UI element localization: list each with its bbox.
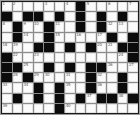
white-cell-r7c8[interactable] — [76, 63, 86, 72]
black-cell-r4c13 — [128, 33, 138, 42]
white-cell-r9c11[interactable] — [107, 83, 117, 92]
white-cell-r2c11[interactable] — [107, 12, 117, 21]
white-cell-r11c1[interactable]: 39 — [2, 104, 12, 113]
white-cell-r6c8[interactable] — [76, 53, 86, 62]
white-cell-r5c11[interactable]: 21 — [107, 43, 117, 52]
clue-number-12: 12 — [108, 22, 113, 26]
white-cell-r3c9[interactable] — [86, 22, 96, 31]
white-cell-r1c7[interactable]: 4 — [65, 2, 75, 11]
clue-number-16: 16 — [76, 33, 81, 37]
clue-number-34: 34 — [24, 83, 29, 87]
black-cell-r9c6 — [55, 83, 65, 92]
black-cell-r10c11 — [107, 94, 117, 103]
white-cell-r1c11[interactable]: 6 — [107, 2, 117, 11]
black-cell-r9c4 — [34, 83, 44, 92]
clue-number-20: 20 — [97, 43, 102, 47]
black-cell-r2c3 — [23, 12, 33, 21]
white-cell-r4c10[interactable]: 17 — [97, 33, 107, 42]
black-cell-r10c6 — [55, 94, 65, 103]
black-cell-r5c5 — [44, 43, 54, 52]
clue-number-18: 18 — [3, 43, 8, 47]
clue-number-2: 2 — [13, 2, 15, 6]
black-cell-r8c9 — [86, 73, 96, 82]
black-cell-r6c13 — [128, 53, 138, 62]
crossword-puzzle: 1234567891011121314151617181920212223242… — [0, 0, 140, 115]
white-cell-r10c3[interactable] — [23, 94, 33, 103]
clue-number-40: 40 — [66, 104, 71, 108]
black-cell-r2c1 — [2, 12, 12, 21]
white-cell-r5c6[interactable] — [55, 43, 65, 52]
white-cell-r4c7[interactable] — [65, 33, 75, 42]
white-cell-r9c13[interactable] — [128, 83, 138, 92]
black-cell-r10c8 — [76, 94, 86, 103]
white-cell-r3c13[interactable] — [128, 22, 138, 31]
white-cell-r11c5[interactable] — [44, 104, 54, 113]
white-cell-r1c5[interactable]: 3 — [44, 2, 54, 11]
clue-number-4: 4 — [66, 2, 68, 6]
white-cell-r6c10[interactable] — [97, 53, 107, 62]
clue-number-25: 25 — [24, 63, 29, 67]
clue-number-8: 8 — [3, 22, 5, 26]
clue-number-23: 23 — [34, 53, 39, 57]
clue-number-6: 6 — [108, 2, 110, 6]
white-cell-r8c8[interactable] — [76, 73, 86, 82]
white-cell-r7c11[interactable]: 26 — [107, 63, 117, 72]
clue-number-29: 29 — [34, 73, 39, 77]
white-cell-r4c9[interactable] — [86, 33, 96, 42]
white-cell-r2c2[interactable] — [13, 12, 23, 21]
black-cell-r2c10 — [97, 12, 107, 21]
white-cell-r3c6[interactable]: 11 — [55, 22, 65, 31]
clue-number-1: 1 — [3, 2, 5, 6]
white-cell-r11c4[interactable] — [34, 104, 44, 113]
clue-number-36: 36 — [97, 83, 102, 87]
white-cell-r8c11[interactable] — [107, 73, 117, 82]
white-cell-r10c9[interactable]: 37 — [86, 94, 96, 103]
clue-number-26: 26 — [108, 63, 113, 67]
black-cell-r7c9 — [86, 63, 96, 72]
black-cell-r5c12 — [118, 43, 128, 52]
black-cell-r4c5 — [44, 33, 54, 42]
black-cell-r3c2 — [13, 22, 23, 31]
white-cell-r1c10[interactable] — [97, 2, 107, 11]
white-cell-r10c12[interactable]: 38 — [118, 94, 128, 103]
white-cell-r1c12[interactable] — [118, 2, 128, 11]
black-cell-r8c12 — [118, 73, 128, 82]
white-cell-r5c3[interactable] — [23, 43, 33, 52]
white-cell-r9c7[interactable]: 35 — [65, 83, 75, 92]
clue-number-15: 15 — [55, 33, 60, 37]
clue-number-19: 19 — [13, 43, 18, 47]
white-cell-r11c12[interactable] — [118, 104, 128, 113]
clue-number-11: 11 — [55, 22, 60, 26]
white-cell-r2c13[interactable] — [128, 12, 138, 21]
white-cell-r11c7[interactable]: 40 — [65, 104, 75, 113]
clue-number-13: 13 — [118, 22, 123, 26]
black-cell-r10c4 — [34, 94, 44, 103]
white-cell-r8c6[interactable] — [55, 73, 65, 82]
white-cell-r3c7[interactable] — [65, 22, 75, 31]
white-cell-r3c4[interactable]: 10 — [34, 22, 44, 31]
white-cell-r3c11[interactable]: 12 — [107, 22, 117, 31]
black-cell-r10c13 — [128, 94, 138, 103]
white-cell-r5c8[interactable] — [76, 43, 86, 52]
crossword-grid: 1234567891011121314151617181920212223242… — [1, 1, 139, 114]
clue-number-3: 3 — [45, 2, 47, 6]
white-cell-r7c4[interactable] — [34, 63, 44, 72]
clue-number-17: 17 — [97, 33, 102, 37]
black-cell-r5c13 — [128, 43, 138, 52]
black-cell-r9c12 — [118, 83, 128, 92]
white-cell-r6c2[interactable]: 22 — [13, 53, 23, 62]
black-cell-r7c7 — [65, 63, 75, 72]
white-cell-r6c6[interactable] — [55, 53, 65, 62]
white-cell-r9c5[interactable] — [44, 83, 54, 92]
white-cell-r7c12[interactable] — [118, 63, 128, 72]
white-cell-r1c4[interactable] — [34, 2, 44, 11]
white-cell-r2c5[interactable] — [44, 12, 54, 21]
white-cell-r10c5[interactable] — [44, 94, 54, 103]
clue-number-31: 31 — [66, 73, 71, 77]
white-cell-r1c6[interactable] — [55, 2, 65, 11]
black-cell-r6c1 — [2, 53, 12, 62]
black-cell-r4c2 — [13, 33, 23, 42]
white-cell-r6c7[interactable] — [65, 53, 75, 62]
white-cell-r10c1[interactable] — [2, 94, 12, 103]
white-cell-r8c2[interactable]: 28 — [13, 73, 23, 82]
black-cell-r2c8 — [76, 12, 86, 21]
clue-number-22: 22 — [13, 53, 18, 57]
clue-number-32: 32 — [97, 73, 102, 77]
white-cell-r1c13[interactable]: 7 — [128, 2, 138, 11]
clue-number-39: 39 — [3, 104, 8, 108]
white-cell-r6c12[interactable]: 24 — [118, 53, 128, 62]
white-cell-r11c13[interactable] — [128, 104, 138, 113]
white-cell-r1c2[interactable]: 2 — [13, 2, 23, 11]
white-cell-r7c13[interactable]: 27 — [128, 63, 138, 72]
white-cell-r11c9[interactable] — [86, 104, 96, 113]
white-cell-r1c3[interactable] — [23, 2, 33, 11]
clue-number-9: 9 — [24, 22, 26, 26]
white-cell-r4c4[interactable] — [34, 33, 44, 42]
black-cell-r2c4 — [34, 12, 44, 21]
clue-number-7: 7 — [129, 2, 131, 6]
white-cell-r11c8[interactable] — [76, 104, 86, 113]
white-cell-r6c4[interactable]: 23 — [34, 53, 44, 62]
white-cell-r9c10[interactable]: 36 — [97, 83, 107, 92]
black-cell-r3c8 — [76, 22, 86, 31]
black-cell-r10c2 — [13, 94, 23, 103]
white-cell-r6c11[interactable] — [107, 53, 117, 62]
black-cell-r11c6 — [55, 104, 65, 113]
white-cell-r2c7[interactable] — [65, 12, 75, 21]
white-cell-r1c1[interactable]: 1 — [2, 2, 12, 11]
clue-number-33: 33 — [3, 83, 8, 87]
white-cell-r8c5[interactable]: 30 — [44, 73, 54, 82]
white-cell-r2c9[interactable] — [86, 12, 96, 21]
white-cell-r5c10[interactable]: 20 — [97, 43, 107, 52]
white-cell-r3c1[interactable]: 8 — [2, 22, 12, 31]
black-cell-r7c1 — [2, 63, 12, 72]
clue-number-5: 5 — [87, 2, 89, 6]
clue-number-28: 28 — [13, 73, 18, 77]
clue-number-37: 37 — [87, 94, 92, 98]
white-cell-r5c2[interactable]: 19 — [13, 43, 23, 52]
black-cell-r2c6 — [55, 12, 65, 21]
clue-number-24: 24 — [118, 53, 123, 57]
white-cell-r8c10[interactable]: 32 — [97, 73, 107, 82]
white-cell-r7c3[interactable]: 25 — [23, 63, 33, 72]
black-cell-r8c1 — [2, 73, 12, 82]
white-cell-r10c7[interactable] — [65, 94, 75, 103]
white-cell-r7c6[interactable] — [55, 63, 65, 72]
white-cell-r3c3[interactable]: 9 — [23, 22, 33, 31]
white-cell-r9c2[interactable] — [13, 83, 23, 92]
white-cell-r4c8[interactable]: 16 — [76, 33, 86, 42]
white-cell-r11c3[interactable] — [23, 104, 33, 113]
clue-number-35: 35 — [66, 83, 71, 87]
black-cell-r7c5 — [44, 63, 54, 72]
clue-number-30: 30 — [45, 73, 50, 77]
white-cell-r9c8[interactable] — [76, 83, 86, 92]
white-cell-r11c2[interactable] — [13, 104, 23, 113]
black-cell-r10c10 — [97, 94, 107, 103]
white-cell-r11c10[interactable] — [97, 104, 107, 113]
white-cell-r9c3[interactable]: 34 — [23, 83, 33, 92]
black-cell-r2c12 — [118, 12, 128, 21]
white-cell-r4c3[interactable]: 14 — [23, 33, 33, 42]
white-cell-r11c11[interactable] — [107, 104, 117, 113]
black-cell-r3c10 — [97, 22, 107, 31]
clue-number-10: 10 — [34, 22, 39, 26]
white-cell-r4c12[interactable] — [118, 33, 128, 42]
white-cell-r8c4[interactable]: 29 — [34, 73, 44, 82]
black-cell-r4c11 — [107, 33, 117, 42]
clue-number-27: 27 — [129, 63, 134, 67]
white-cell-r4c6[interactable]: 15 — [55, 33, 65, 42]
white-cell-r1c9[interactable]: 5 — [86, 2, 96, 11]
white-cell-r5c1[interactable]: 18 — [2, 43, 12, 52]
black-cell-r7c10 — [97, 63, 107, 72]
white-cell-r3c12[interactable]: 13 — [118, 22, 128, 31]
white-cell-r4c1[interactable] — [2, 33, 12, 42]
black-cell-r5c4 — [34, 43, 44, 52]
black-cell-r8c3 — [23, 73, 33, 82]
black-cell-r5c9 — [86, 43, 96, 52]
black-cell-r9c9 — [86, 83, 96, 92]
clue-number-38: 38 — [118, 94, 123, 98]
black-cell-r1c8 — [76, 2, 86, 11]
white-cell-r8c7[interactable]: 31 — [65, 73, 75, 82]
white-cell-r6c9[interactable] — [86, 53, 96, 62]
clue-number-14: 14 — [24, 33, 29, 37]
white-cell-r9c1[interactable]: 33 — [2, 83, 12, 92]
white-cell-r6c3[interactable] — [23, 53, 33, 62]
white-cell-r8c13[interactable] — [128, 73, 138, 82]
clue-number-21: 21 — [108, 43, 113, 47]
white-cell-r6c5[interactable] — [44, 53, 54, 62]
black-cell-r5c7 — [65, 43, 75, 52]
black-cell-r7c2 — [13, 63, 23, 72]
black-cell-r3c5 — [44, 22, 54, 31]
